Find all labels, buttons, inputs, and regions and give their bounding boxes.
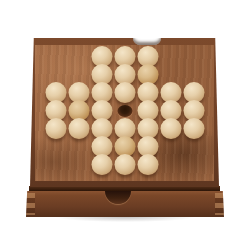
- peg[interactable]: [183, 118, 204, 139]
- board-cell: [182, 120, 205, 138]
- board-grid: [44, 48, 205, 174]
- finger-pull-notch[interactable]: [105, 191, 131, 204]
- board-cell: [90, 156, 113, 174]
- lid-thumb-notch[interactable]: [133, 37, 161, 45]
- game-board-lid: [30, 38, 219, 187]
- peg[interactable]: [114, 154, 135, 175]
- board-cell: [44, 156, 67, 174]
- board-cell: [136, 156, 159, 174]
- hole[interactable]: [117, 105, 132, 117]
- board-cell: [159, 48, 182, 66]
- peg[interactable]: [137, 154, 158, 175]
- board-cell: [159, 156, 182, 174]
- board-cell: [67, 138, 90, 156]
- peg[interactable]: [45, 118, 66, 139]
- board-cell: [67, 156, 90, 174]
- board-cell: [159, 120, 182, 138]
- storage-box-base: [26, 191, 224, 217]
- board-cell: [113, 84, 136, 102]
- board-cell: [159, 138, 182, 156]
- finger-joint-right: [215, 193, 224, 215]
- peg[interactable]: [68, 118, 89, 139]
- peg[interactable]: [91, 154, 112, 175]
- board-cell: [113, 156, 136, 174]
- board-cell: [182, 138, 205, 156]
- peg-solitaire-photo: [0, 0, 250, 250]
- board-cell: [44, 138, 67, 156]
- peg[interactable]: [160, 118, 181, 139]
- board-cell: [44, 48, 67, 66]
- board-cell: [67, 48, 90, 66]
- peg[interactable]: [114, 82, 135, 103]
- board-cell: [67, 120, 90, 138]
- board-cell: [44, 120, 67, 138]
- finger-joint-left: [26, 193, 35, 215]
- board-cell: [182, 48, 205, 66]
- board-cell: [182, 156, 205, 174]
